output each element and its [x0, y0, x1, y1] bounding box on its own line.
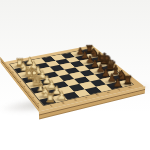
square-a7: ♟ — [106, 82, 122, 90]
square-a1: ♜ — [39, 97, 56, 106]
chess-set-photo: 12345678 hgfedcba ♜♟♟♜♞♟♟♞♝♟♟♝♚♟♟♚♛♟♟♛♝♟… — [0, 0, 150, 150]
black-pawn-glyph: ♟ — [107, 78, 128, 89]
white-rook-glyph: ♜ — [39, 92, 61, 104]
